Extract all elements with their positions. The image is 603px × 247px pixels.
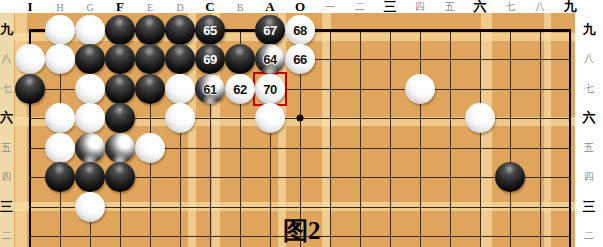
- stone-black: [165, 44, 195, 74]
- column-label-E: E: [147, 2, 153, 13]
- stone-black: [135, 74, 165, 104]
- column-label-A: A: [265, 0, 274, 15]
- stone-black: [75, 162, 105, 192]
- stone-black: [75, 44, 105, 74]
- stone-white: [45, 133, 75, 163]
- stone-black: [495, 162, 525, 192]
- left-row-label-2: 二: [2, 229, 12, 243]
- stone-number: 65: [195, 15, 225, 45]
- grid-line-col-七: [510, 29, 511, 247]
- stone-white: [45, 44, 75, 74]
- stone-white-move-64: 64: [255, 44, 285, 74]
- left-row-label-5: 五: [2, 141, 12, 155]
- stone-black-move-67: 67: [255, 15, 285, 45]
- stone-black: [135, 44, 165, 74]
- stone-black: [225, 44, 255, 74]
- stone-white: [75, 192, 105, 222]
- grid-line-col-二: [360, 29, 361, 247]
- grid-line-col-九: [569, 29, 571, 247]
- stone-black: [105, 103, 135, 133]
- stone-number: 69: [195, 44, 225, 74]
- stone-white: [75, 74, 105, 104]
- stone-black: [105, 15, 135, 45]
- column-label-九: 九: [564, 0, 577, 16]
- left-row-label-6: 六: [0, 109, 13, 127]
- stone-black: [105, 44, 135, 74]
- grid-line-col-一: [330, 29, 331, 247]
- stone-black: [165, 15, 195, 45]
- column-label-三: 三: [384, 0, 397, 16]
- grid-line-row-3: [29, 207, 571, 208]
- left-row-label-8: 八: [2, 52, 12, 66]
- stone-black-move-61: 61: [195, 74, 225, 104]
- column-label-I: I: [27, 0, 32, 15]
- stone-black: [105, 133, 135, 163]
- star-point: [297, 115, 304, 122]
- right-row-label-9: 九: [583, 21, 596, 39]
- stone-white: [405, 74, 435, 104]
- stone-white: [45, 15, 75, 45]
- stone-white: [75, 103, 105, 133]
- column-label-一: 一: [325, 0, 335, 14]
- column-label-七: 七: [505, 0, 515, 14]
- stone-black: [15, 74, 45, 104]
- column-label-二: 二: [355, 0, 365, 14]
- go-diagram: IHGFEDCBAO一二三四五六七八九九九八八七七六六五五四四三三二二65676…: [0, 0, 603, 247]
- stone-black: [135, 15, 165, 45]
- stone-number: 64: [255, 44, 285, 74]
- right-row-label-7: 七: [584, 82, 594, 96]
- grid-line-col-五: [450, 29, 451, 247]
- column-label-F: F: [116, 0, 124, 15]
- left-row-label-7: 七: [2, 82, 12, 96]
- stone-white-move-70: 70: [255, 74, 285, 104]
- right-row-label-6: 六: [583, 109, 596, 127]
- column-label-O: O: [295, 0, 305, 15]
- right-row-label-3: 三: [583, 198, 596, 216]
- left-row-label-4: 四: [2, 170, 12, 184]
- column-label-四: 四: [415, 0, 425, 14]
- stone-white-move-66: 66: [285, 44, 315, 74]
- grid-line-col-六: [480, 29, 481, 247]
- column-label-D: D: [176, 2, 183, 13]
- stone-white: [45, 103, 75, 133]
- stone-white: [135, 133, 165, 163]
- stone-number: 70: [255, 74, 285, 104]
- left-row-label-3: 三: [0, 198, 13, 216]
- stone-black-move-65: 65: [195, 15, 225, 45]
- stone-white: [165, 74, 195, 104]
- grid-line-col-八: [540, 29, 541, 247]
- right-row-label-5: 五: [584, 141, 594, 155]
- stone-white: [465, 103, 495, 133]
- stone-white-move-62: 62: [225, 74, 255, 104]
- stone-white: [165, 103, 195, 133]
- column-label-五: 五: [445, 0, 455, 14]
- stone-white-move-68: 68: [285, 15, 315, 45]
- stone-black: [45, 162, 75, 192]
- stone-white: [15, 44, 45, 74]
- left-row-label-9: 九: [0, 21, 13, 39]
- grid-line-col-四: [420, 29, 421, 247]
- stone-black: [75, 133, 105, 163]
- column-label-G: G: [86, 2, 93, 13]
- right-row-label-8: 八: [584, 52, 594, 66]
- stone-number: 66: [285, 44, 315, 74]
- column-label-H: H: [56, 2, 63, 13]
- stone-number: 67: [255, 15, 285, 45]
- figure-caption: 图2: [283, 218, 321, 243]
- column-label-六: 六: [474, 0, 487, 16]
- column-label-八: 八: [535, 0, 545, 14]
- right-row-label-4: 四: [584, 170, 594, 184]
- column-label-B: B: [237, 2, 244, 13]
- right-row-label-2: 二: [584, 229, 594, 243]
- stone-black-move-69: 69: [195, 44, 225, 74]
- stone-black: [105, 74, 135, 104]
- stone-number: 68: [285, 15, 315, 45]
- column-label-C: C: [205, 0, 214, 15]
- grid-line-col-三: [390, 29, 391, 247]
- stone-black: [105, 162, 135, 192]
- stone-white: [255, 103, 285, 133]
- stone-white: [75, 15, 105, 45]
- stone-number: 62: [225, 74, 255, 104]
- stone-number: 61: [195, 74, 225, 104]
